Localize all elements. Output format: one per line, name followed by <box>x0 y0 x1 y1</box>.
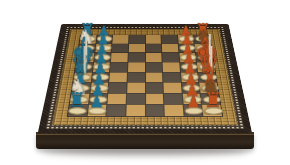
banner-flag-icon <box>209 27 217 33</box>
piece-base <box>67 107 86 115</box>
banner-flag-icon <box>211 38 219 44</box>
banner-flag-icon <box>84 38 92 44</box>
chess-piece-black-pawn: ♟ <box>179 89 208 115</box>
chess-set-photo: ♜♞♝♛♚♝♞♜♟♟♟♟♟♟♟♟♟♟♟♟♟♟♟♟♜♞♝♛♚♝♞♜ <box>0 0 290 165</box>
piece-base <box>184 107 203 115</box>
scene: ♜♞♝♛♚♝♞♜♟♟♟♟♟♟♟♟♟♟♟♟♟♟♟♟♜♞♝♛♚♝♞♜ <box>0 0 290 165</box>
chess-piece-white-rook: ♜ <box>62 84 91 115</box>
banner-flag-icon <box>86 27 94 33</box>
pieces-layer: ♜♞♝♛♚♝♞♜♟♟♟♟♟♟♟♟♟♟♟♟♟♟♟♟♜♞♝♛♚♝♞♜ <box>67 35 224 117</box>
chess-board: ♜♞♝♛♚♝♞♜♟♟♟♟♟♟♟♟♟♟♟♟♟♟♟♟♜♞♝♛♚♝♞♜ <box>38 24 253 134</box>
